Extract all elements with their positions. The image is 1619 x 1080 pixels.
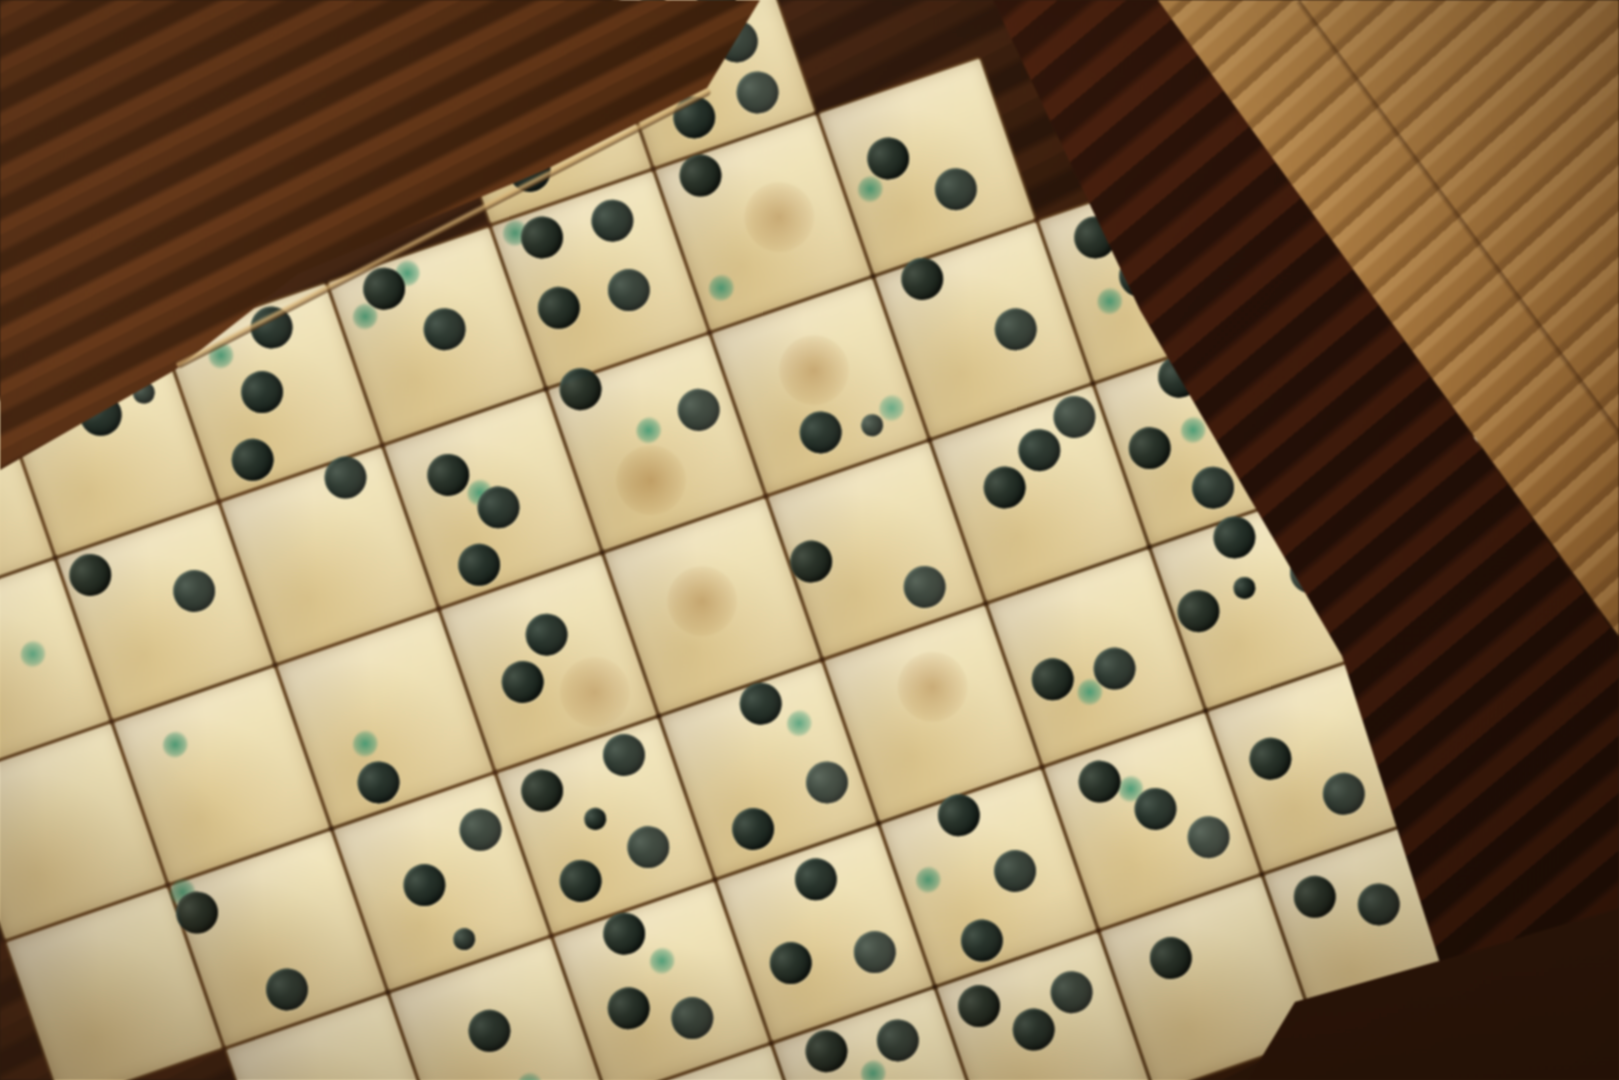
vignette (0, 0, 1619, 1080)
photo-canvas (0, 0, 1619, 1080)
scene (0, 0, 1619, 1080)
